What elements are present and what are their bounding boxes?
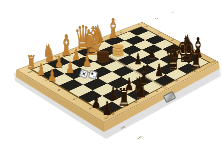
chess-piece-dark-P: ♟	[154, 62, 163, 79]
chess-piece-dark-P: ♟	[91, 93, 101, 111]
chess-piece-dark-N: ♞	[132, 73, 148, 102]
chess-piece-light-P: ♟	[65, 60, 74, 77]
chess-piece-dark-P: ♟	[102, 99, 112, 118]
chess-piece-light-P: ♟	[37, 62, 46, 78]
chess-piece-light-P: ♟	[47, 67, 56, 84]
die-pip	[83, 72, 85, 74]
chess-piece-dark-P: ♟	[148, 46, 156, 61]
chess-piece-light-P: ♟	[82, 53, 91, 70]
chess-piece-dark-R: ♜	[189, 48, 202, 72]
die-pip	[93, 76, 95, 78]
chess-set-photo: a b c d e f g h a b c d e f g h 8 7 6 5 …	[0, 0, 222, 152]
chess-piece-light-R: ♜	[26, 53, 36, 72]
die-pip	[84, 74, 86, 76]
die-pip	[91, 73, 93, 75]
chess-piece-dark-Q: ♛	[164, 43, 181, 74]
chess-piece-light-B: ♝	[106, 14, 121, 41]
chess-piece-dark-R: ♜	[117, 85, 130, 110]
die-pip	[85, 71, 87, 73]
